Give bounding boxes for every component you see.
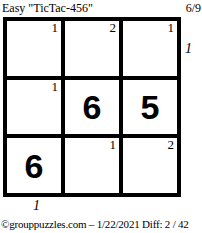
row1-outer-label: 1 <box>185 41 192 57</box>
corner-clue: 1 <box>52 80 59 95</box>
cell-r2-c2[interactable]: 6 <box>65 80 119 135</box>
tictac-board: 1 2 1 1 6 5 6 1 <box>3 17 181 197</box>
puzzle-page: Easy "TicTac-456" 6/9 1 2 1 1 6 5 6 <box>0 0 202 233</box>
cell-r2-c1[interactable]: 1 <box>7 80 61 135</box>
corner-clue: 2 <box>110 21 117 36</box>
corner-clue: 1 <box>168 21 175 36</box>
cell-r1-c3[interactable]: 1 <box>123 21 177 76</box>
cell-r1-c2[interactable]: 2 <box>65 21 119 76</box>
page-number: 6/9 <box>186 1 201 16</box>
cell-r3-c1[interactable]: 6 <box>7 138 61 193</box>
corner-clue: 1 <box>52 21 59 36</box>
cell-value: 6 <box>83 90 102 124</box>
cell-r3-c2[interactable]: 1 <box>65 138 119 193</box>
cell-value: 5 <box>141 90 160 124</box>
corner-clue: 2 <box>168 138 175 153</box>
cell-r1-c1[interactable]: 1 <box>7 21 61 76</box>
copyright-footer: ©grouppuzzles.com – 1/22/2021 Diff: 2 / … <box>1 218 189 230</box>
puzzle-title: Easy "TicTac-456" <box>2 1 93 16</box>
col1-outer-label: 1 <box>33 198 40 214</box>
cell-value: 6 <box>25 149 44 183</box>
corner-clue: 1 <box>110 138 117 153</box>
cell-r2-c3[interactable]: 5 <box>123 80 177 135</box>
cell-r3-c3[interactable]: 2 <box>123 138 177 193</box>
